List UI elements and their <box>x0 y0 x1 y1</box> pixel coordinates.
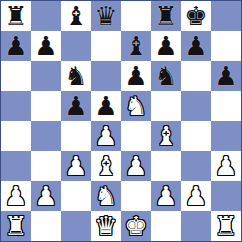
white-bishop[interactable]: ♝ <box>94 151 117 181</box>
white-pawn[interactable]: ♟ <box>64 151 87 181</box>
square-b6[interactable] <box>31 61 61 91</box>
square-h5[interactable] <box>211 91 241 121</box>
square-h3[interactable]: ♟ <box>211 151 241 181</box>
square-h7[interactable] <box>211 31 241 61</box>
square-g8[interactable]: ♚ <box>181 1 211 31</box>
black-pawn[interactable]: ♟ <box>154 31 177 61</box>
square-b7[interactable]: ♟ <box>31 31 61 61</box>
black-pawn[interactable]: ♟ <box>124 61 147 91</box>
square-g7[interactable]: ♟ <box>181 31 211 61</box>
white-pawn[interactable]: ♟ <box>154 181 177 211</box>
black-pawn[interactable]: ♟ <box>214 61 237 91</box>
square-a8[interactable]: ♜ <box>1 1 31 31</box>
square-b1[interactable] <box>31 211 61 241</box>
square-e5[interactable]: ♞ <box>121 91 151 121</box>
square-d4[interactable]: ♟ <box>91 121 121 151</box>
square-g2[interactable]: ♟ <box>181 181 211 211</box>
square-d7[interactable] <box>91 31 121 61</box>
square-a1[interactable]: ♜ <box>1 211 31 241</box>
white-pawn[interactable]: ♟ <box>214 151 237 181</box>
black-rook[interactable]: ♜ <box>4 1 27 31</box>
white-queen[interactable]: ♛ <box>94 211 117 241</box>
square-g5[interactable] <box>181 91 211 121</box>
square-g6[interactable] <box>181 61 211 91</box>
black-bishop[interactable]: ♝ <box>64 1 87 31</box>
square-c5[interactable]: ♟ <box>61 91 91 121</box>
square-h8[interactable] <box>211 1 241 31</box>
black-knight[interactable]: ♞ <box>64 61 87 91</box>
square-f2[interactable]: ♟ <box>151 181 181 211</box>
square-g3[interactable] <box>181 151 211 181</box>
square-a3[interactable] <box>1 151 31 181</box>
white-bishop[interactable]: ♝ <box>154 121 177 151</box>
square-d3[interactable]: ♝ <box>91 151 121 181</box>
square-e3[interactable]: ♟ <box>121 151 151 181</box>
square-c7[interactable] <box>61 31 91 61</box>
square-f6[interactable]: ♞ <box>151 61 181 91</box>
white-rook[interactable]: ♜ <box>214 211 237 241</box>
square-e8[interactable] <box>121 1 151 31</box>
white-pawn[interactable]: ♟ <box>184 181 207 211</box>
square-b2[interactable]: ♟ <box>31 181 61 211</box>
square-f4[interactable]: ♝ <box>151 121 181 151</box>
square-c8[interactable]: ♝ <box>61 1 91 31</box>
black-knight[interactable]: ♞ <box>154 61 177 91</box>
square-d6[interactable] <box>91 61 121 91</box>
square-a6[interactable] <box>1 61 31 91</box>
square-e1[interactable]: ♚ <box>121 211 151 241</box>
square-a2[interactable]: ♟ <box>1 181 31 211</box>
black-bishop[interactable]: ♝ <box>124 31 147 61</box>
square-h2[interactable] <box>211 181 241 211</box>
square-c2[interactable] <box>61 181 91 211</box>
square-c6[interactable]: ♞ <box>61 61 91 91</box>
square-f8[interactable]: ♜ <box>151 1 181 31</box>
black-pawn[interactable]: ♟ <box>94 91 117 121</box>
square-b4[interactable] <box>31 121 61 151</box>
square-c3[interactable]: ♟ <box>61 151 91 181</box>
square-g1[interactable] <box>181 211 211 241</box>
square-d2[interactable]: ♞ <box>91 181 121 211</box>
black-pawn[interactable]: ♟ <box>34 31 57 61</box>
black-queen[interactable]: ♛ <box>94 1 117 31</box>
white-pawn[interactable]: ♟ <box>4 181 27 211</box>
white-rook[interactable]: ♜ <box>4 211 27 241</box>
white-knight[interactable]: ♞ <box>124 91 147 121</box>
square-f5[interactable] <box>151 91 181 121</box>
square-h1[interactable]: ♜ <box>211 211 241 241</box>
square-c1[interactable] <box>61 211 91 241</box>
square-f3[interactable] <box>151 151 181 181</box>
square-f1[interactable] <box>151 211 181 241</box>
square-b8[interactable] <box>31 1 61 31</box>
black-pawn[interactable]: ♟ <box>184 31 207 61</box>
square-a5[interactable] <box>1 91 31 121</box>
square-b3[interactable] <box>31 151 61 181</box>
white-knight[interactable]: ♞ <box>94 181 117 211</box>
black-pawn[interactable]: ♟ <box>64 91 87 121</box>
square-d8[interactable]: ♛ <box>91 1 121 31</box>
white-pawn[interactable]: ♟ <box>34 181 57 211</box>
square-c4[interactable] <box>61 121 91 151</box>
square-h6[interactable]: ♟ <box>211 61 241 91</box>
square-e7[interactable]: ♝ <box>121 31 151 61</box>
square-g4[interactable] <box>181 121 211 151</box>
white-pawn[interactable]: ♟ <box>94 121 117 151</box>
square-e2[interactable] <box>121 181 151 211</box>
black-rook[interactable]: ♜ <box>154 1 177 31</box>
square-e6[interactable]: ♟ <box>121 61 151 91</box>
black-king[interactable]: ♚ <box>184 1 207 31</box>
square-b5[interactable] <box>31 91 61 121</box>
black-pawn[interactable]: ♟ <box>4 31 27 61</box>
chess-board: ♜ ♝ ♛ ♜ ♚ ♟ ♟ ♝ ♟ ♟ ♞ ♟ ♞ ♟ ♟ ♟ ♞ ♟ ♝ ♟ … <box>0 0 242 242</box>
white-king[interactable]: ♚ <box>124 211 147 241</box>
square-d5[interactable]: ♟ <box>91 91 121 121</box>
square-a7[interactable]: ♟ <box>1 31 31 61</box>
square-a4[interactable] <box>1 121 31 151</box>
square-d1[interactable]: ♛ <box>91 211 121 241</box>
square-h4[interactable] <box>211 121 241 151</box>
square-e4[interactable] <box>121 121 151 151</box>
square-f7[interactable]: ♟ <box>151 31 181 61</box>
white-pawn[interactable]: ♟ <box>124 151 147 181</box>
